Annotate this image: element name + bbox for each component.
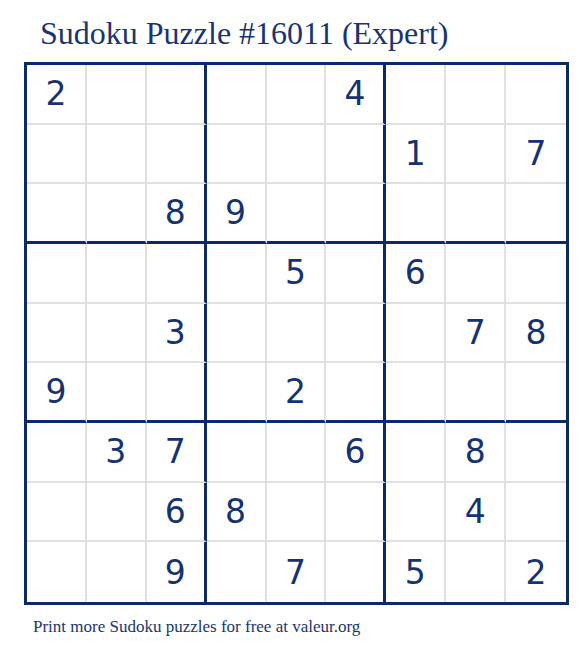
- cell-r7c3[interactable]: 7: [147, 423, 207, 483]
- cell-r1c4[interactable]: [207, 65, 267, 125]
- sudoku-board: 241789563789237686849752: [24, 62, 569, 605]
- cell-r4c9[interactable]: [506, 244, 566, 304]
- cell-r7c7[interactable]: [386, 423, 446, 483]
- cell-r9c1[interactable]: [27, 542, 87, 602]
- cell-r7c1[interactable]: [27, 423, 87, 483]
- cell-r8c4[interactable]: 8: [207, 483, 267, 543]
- cell-r9c4[interactable]: [207, 542, 267, 602]
- cell-r5c5[interactable]: [267, 304, 327, 364]
- cell-r9c5[interactable]: 7: [267, 542, 327, 602]
- cell-r3c9[interactable]: [506, 184, 566, 244]
- cell-r8c8[interactable]: 4: [446, 483, 506, 543]
- cell-r6c6[interactable]: [326, 363, 386, 423]
- cell-r4c6[interactable]: [326, 244, 386, 304]
- footer-credit: Print more Sudoku puzzles for free at va…: [33, 618, 360, 635]
- cell-r8c9[interactable]: [506, 483, 566, 543]
- cell-r2c1[interactable]: [27, 125, 87, 185]
- cell-r8c1[interactable]: [27, 483, 87, 543]
- cell-r4c2[interactable]: [87, 244, 147, 304]
- cell-r5c9[interactable]: 8: [506, 304, 566, 364]
- cell-r3c8[interactable]: [446, 184, 506, 244]
- cell-r7c5[interactable]: [267, 423, 327, 483]
- cell-r1c6[interactable]: 4: [326, 65, 386, 125]
- cell-r7c8[interactable]: 8: [446, 423, 506, 483]
- cell-r4c3[interactable]: [147, 244, 207, 304]
- cell-r3c5[interactable]: [267, 184, 327, 244]
- cell-r9c2[interactable]: [87, 542, 147, 602]
- cell-r6c1[interactable]: 9: [27, 363, 87, 423]
- cell-r5c7[interactable]: [386, 304, 446, 364]
- cell-r3c7[interactable]: [386, 184, 446, 244]
- cell-r7c6[interactable]: 6: [326, 423, 386, 483]
- cell-r2c9[interactable]: 7: [506, 125, 566, 185]
- cell-r7c2[interactable]: 3: [87, 423, 147, 483]
- cell-r2c5[interactable]: [267, 125, 327, 185]
- cell-r2c7[interactable]: 1: [386, 125, 446, 185]
- cell-r1c5[interactable]: [267, 65, 327, 125]
- cell-r1c9[interactable]: [506, 65, 566, 125]
- page-title: Sudoku Puzzle #16011 (Expert): [40, 17, 449, 49]
- cell-r6c9[interactable]: [506, 363, 566, 423]
- cell-r8c7[interactable]: [386, 483, 446, 543]
- cell-r3c1[interactable]: [27, 184, 87, 244]
- cell-r5c4[interactable]: [207, 304, 267, 364]
- cell-r5c2[interactable]: [87, 304, 147, 364]
- cell-r3c2[interactable]: [87, 184, 147, 244]
- cell-r5c3[interactable]: 3: [147, 304, 207, 364]
- cell-r9c9[interactable]: 2: [506, 542, 566, 602]
- cell-r5c6[interactable]: [326, 304, 386, 364]
- cell-r6c4[interactable]: [207, 363, 267, 423]
- cell-r6c2[interactable]: [87, 363, 147, 423]
- cell-r2c2[interactable]: [87, 125, 147, 185]
- cell-r7c4[interactable]: [207, 423, 267, 483]
- cell-r2c3[interactable]: [147, 125, 207, 185]
- cell-r7c9[interactable]: [506, 423, 566, 483]
- cell-r1c1[interactable]: 2: [27, 65, 87, 125]
- cell-r1c2[interactable]: [87, 65, 147, 125]
- cell-r9c7[interactable]: 5: [386, 542, 446, 602]
- cell-r5c1[interactable]: [27, 304, 87, 364]
- cell-r6c3[interactable]: [147, 363, 207, 423]
- cell-r8c3[interactable]: 6: [147, 483, 207, 543]
- cell-r3c6[interactable]: [326, 184, 386, 244]
- cell-r2c8[interactable]: [446, 125, 506, 185]
- cell-r6c7[interactable]: [386, 363, 446, 423]
- cell-r1c8[interactable]: [446, 65, 506, 125]
- cell-r1c7[interactable]: [386, 65, 446, 125]
- cell-r8c5[interactable]: [267, 483, 327, 543]
- cell-r4c4[interactable]: [207, 244, 267, 304]
- cell-r8c6[interactable]: [326, 483, 386, 543]
- cell-r4c1[interactable]: [27, 244, 87, 304]
- cell-r5c8[interactable]: 7: [446, 304, 506, 364]
- cell-r6c5[interactable]: 2: [267, 363, 327, 423]
- cell-r8c2[interactable]: [87, 483, 147, 543]
- cell-r9c3[interactable]: 9: [147, 542, 207, 602]
- cell-r9c6[interactable]: [326, 542, 386, 602]
- cell-r4c5[interactable]: 5: [267, 244, 327, 304]
- cell-r9c8[interactable]: [446, 542, 506, 602]
- cell-r3c4[interactable]: 9: [207, 184, 267, 244]
- cell-r1c3[interactable]: [147, 65, 207, 125]
- cell-r2c4[interactable]: [207, 125, 267, 185]
- cell-r6c8[interactable]: [446, 363, 506, 423]
- cell-r3c3[interactable]: 8: [147, 184, 207, 244]
- cell-r4c8[interactable]: [446, 244, 506, 304]
- cell-r2c6[interactable]: [326, 125, 386, 185]
- cell-r4c7[interactable]: 6: [386, 244, 446, 304]
